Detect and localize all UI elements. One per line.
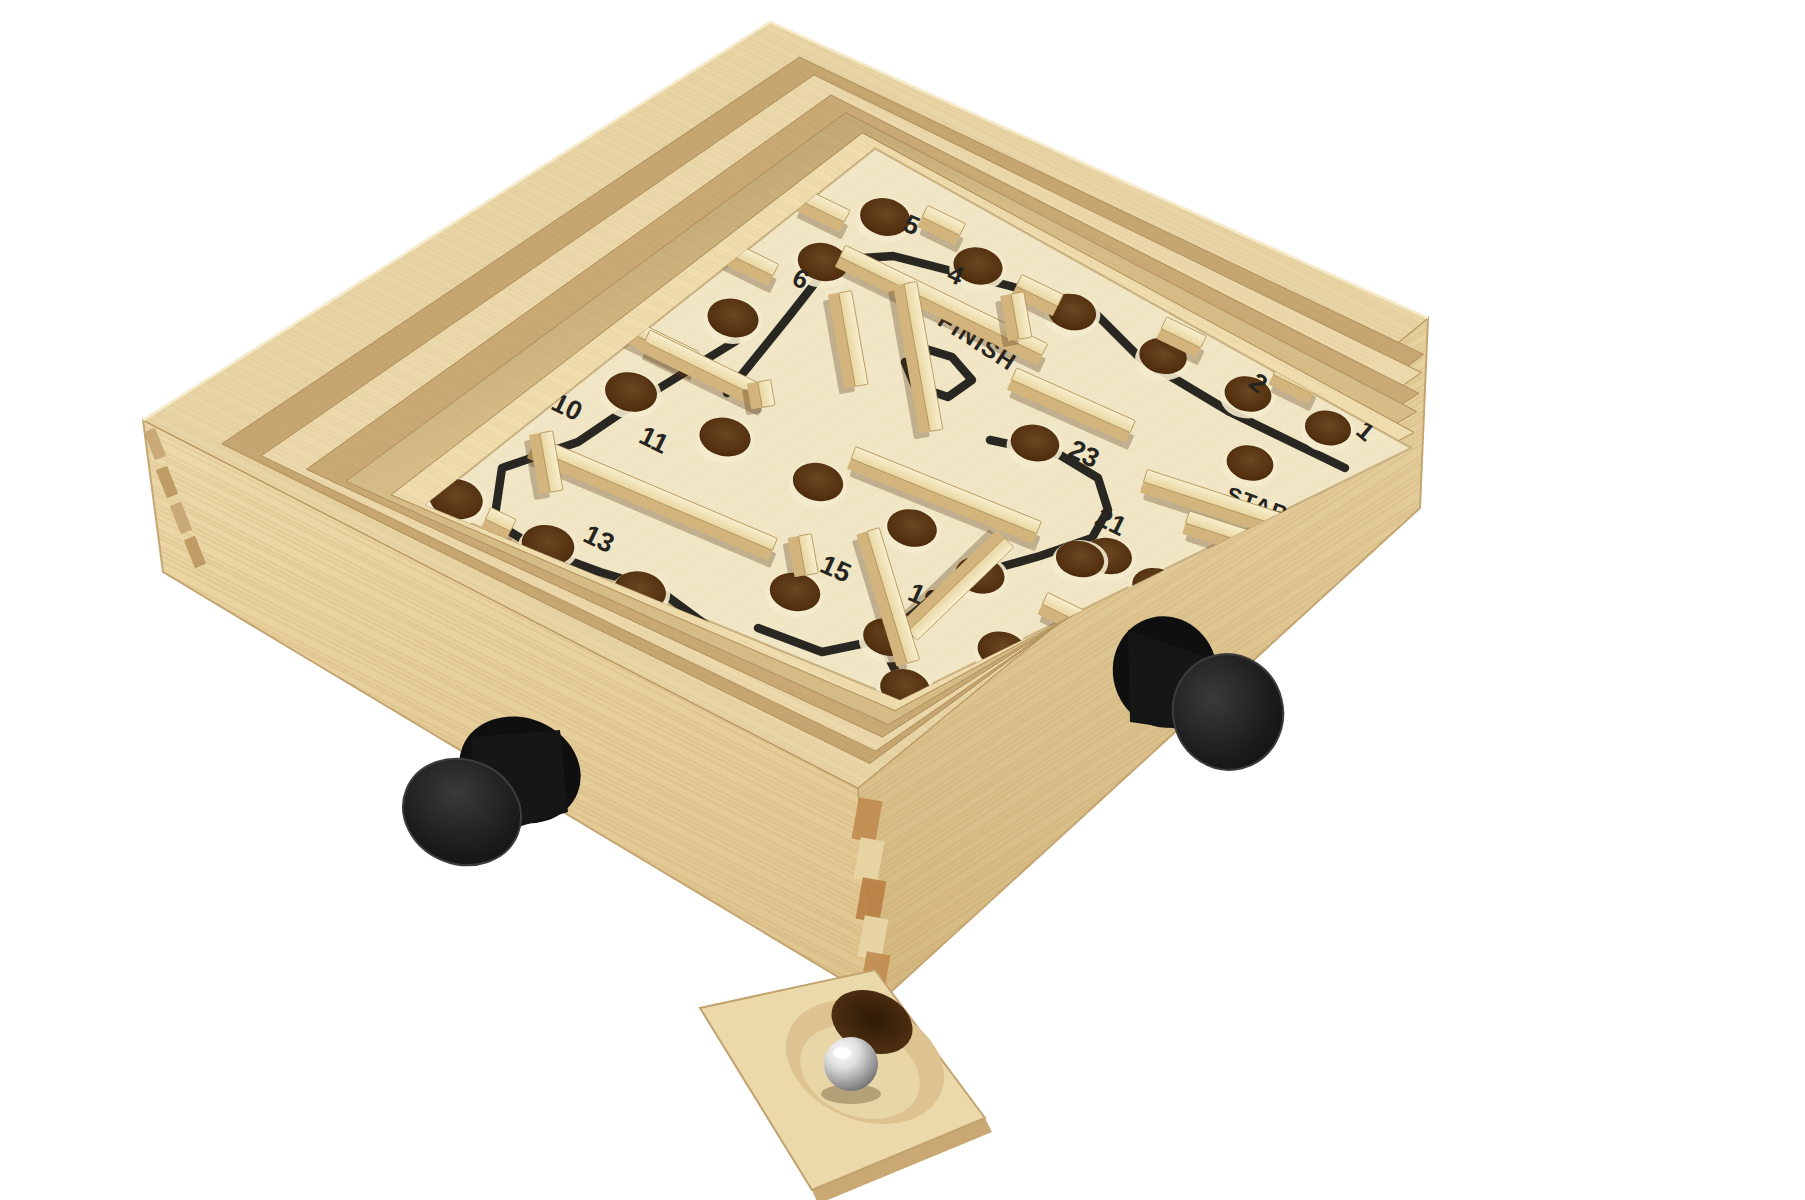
ball-tray: [700, 970, 992, 1200]
labyrinth-game-photo: 546101113151918232121FINISHSTART: [0, 0, 1805, 1200]
steel-ball[interactable]: [824, 1037, 878, 1091]
